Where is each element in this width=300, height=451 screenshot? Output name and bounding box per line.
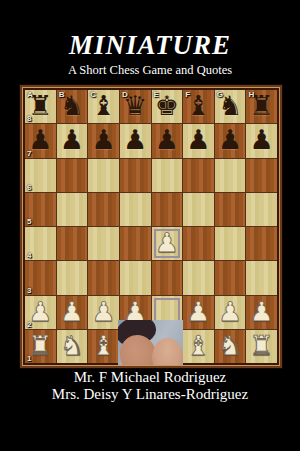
square-f7: ♟	[183, 124, 214, 157]
white-rook-piece: ♜	[28, 332, 52, 359]
black-pawn-piece: ♟	[91, 126, 115, 153]
white-bishop-piece: ♝	[186, 332, 210, 359]
square-c4	[88, 227, 119, 260]
square-b3	[57, 261, 88, 294]
square-e4: ♟	[152, 227, 183, 260]
file-label-g: G	[217, 90, 223, 99]
square-f6	[183, 159, 214, 192]
rank-label-8: 8	[27, 114, 31, 123]
white-bishop-piece: ♝	[91, 332, 115, 359]
square-b8: B♞	[57, 90, 88, 123]
square-h3	[246, 261, 277, 294]
square-c1: ♝	[88, 330, 119, 363]
white-pawn-piece: ♟	[155, 229, 179, 256]
black-pawn-piece: ♟	[123, 126, 147, 153]
chess-board: A8♜B♞C♝D♛E♚F♝G♞H♜7♟♟♟♟♟♟♟♟654♟32♟♟♟♟♟♟♟1…	[19, 84, 283, 369]
square-h5	[246, 193, 277, 226]
square-a5: 5	[25, 193, 56, 226]
black-pawn-piece: ♟	[218, 126, 242, 153]
square-g2: ♟	[215, 296, 246, 329]
black-pawn-piece: ♟	[186, 126, 210, 153]
square-e8: E♚	[152, 90, 183, 123]
square-h8: H♜	[246, 90, 277, 123]
white-knight-piece: ♞	[218, 332, 242, 359]
black-pawn-piece: ♟	[28, 126, 52, 153]
file-label-c: C	[90, 90, 96, 99]
rank-label-4: 4	[27, 251, 31, 260]
square-b5	[57, 193, 88, 226]
square-e6	[152, 159, 183, 192]
author-names: Mr. F Michael Rodriguez Mrs. Deisy Y Lin…	[0, 369, 300, 402]
rank-label-1: 1	[27, 354, 31, 363]
square-g7: ♟	[215, 124, 246, 157]
square-d8: D♛	[120, 90, 151, 123]
square-a7: 7♟	[25, 124, 56, 157]
square-d5	[120, 193, 151, 226]
chess-board-frame: A8♜B♞C♝D♛E♚F♝G♞H♜7♟♟♟♟♟♟♟♟654♟32♟♟♟♟♟♟♟1…	[22, 87, 280, 366]
white-pawn-piece: ♟	[60, 298, 84, 325]
square-b7: ♟	[57, 124, 88, 157]
black-pawn-piece: ♟	[155, 126, 179, 153]
square-b4	[57, 227, 88, 260]
file-label-e: E	[154, 90, 159, 99]
square-f2: ♟	[183, 296, 214, 329]
square-b2: ♟	[57, 296, 88, 329]
file-label-a: A	[27, 90, 33, 99]
white-pawn-piece: ♟	[250, 298, 274, 325]
square-g8: G♞	[215, 90, 246, 123]
square-g5	[215, 193, 246, 226]
square-h2: ♟	[246, 296, 277, 329]
author-line-1: Mr. F Michael Rodriguez	[0, 369, 300, 386]
square-f8: F♝	[183, 90, 214, 123]
square-e5	[152, 193, 183, 226]
square-b1: ♞	[57, 330, 88, 363]
square-f5	[183, 193, 214, 226]
square-c2: ♟	[88, 296, 119, 329]
square-g6	[215, 159, 246, 192]
square-a1: 1♜	[25, 330, 56, 363]
rank-label-6: 6	[27, 183, 31, 192]
rank-label-7: 7	[27, 149, 31, 158]
author-line-2: Mrs. Deisy Y Linares-Rodriguez	[0, 386, 300, 403]
square-c3	[88, 261, 119, 294]
square-d6	[120, 159, 151, 192]
square-g1: ♞	[215, 330, 246, 363]
square-c5	[88, 193, 119, 226]
square-a3: 3	[25, 261, 56, 294]
square-c8: C♝	[88, 90, 119, 123]
rank-label-3: 3	[27, 286, 31, 295]
square-a6: 6	[25, 159, 56, 192]
book-cover: MINIATURE A Short Chess Game and Quotes …	[0, 0, 300, 451]
square-d3	[120, 261, 151, 294]
square-f4	[183, 227, 214, 260]
file-label-f: F	[185, 90, 190, 99]
photo-inset	[118, 320, 183, 365]
square-h7: ♟	[246, 124, 277, 157]
square-h1: ♜	[246, 330, 277, 363]
square-e7: ♟	[152, 124, 183, 157]
rank-label-5: 5	[27, 217, 31, 226]
square-h4	[246, 227, 277, 260]
file-label-h: H	[248, 90, 254, 99]
square-a8: A8♜	[25, 90, 56, 123]
white-knight-piece: ♞	[60, 332, 84, 359]
square-e3	[152, 261, 183, 294]
book-subtitle: A Short Chess Game and Quotes	[0, 63, 300, 78]
black-pawn-piece: ♟	[60, 126, 84, 153]
square-d4	[120, 227, 151, 260]
square-c6	[88, 159, 119, 192]
file-label-d: D	[122, 90, 128, 99]
black-pawn-piece: ♟	[250, 126, 274, 153]
rank-label-2: 2	[27, 320, 31, 329]
square-d7: ♟	[120, 124, 151, 157]
photo-person-right-face	[152, 338, 183, 365]
white-rook-piece: ♜	[250, 332, 274, 359]
file-label-b: B	[59, 90, 65, 99]
square-a4: 4	[25, 227, 56, 260]
square-b6	[57, 159, 88, 192]
white-pawn-piece: ♟	[218, 298, 242, 325]
white-pawn-piece: ♟	[186, 298, 210, 325]
square-a2: 2♟	[25, 296, 56, 329]
white-pawn-piece: ♟	[91, 298, 115, 325]
square-f3	[183, 261, 214, 294]
square-f1: ♝	[183, 330, 214, 363]
square-g3	[215, 261, 246, 294]
book-title: MINIATURE	[0, 30, 300, 61]
white-pawn-piece: ♟	[28, 298, 52, 325]
square-h6	[246, 159, 277, 192]
square-c7: ♟	[88, 124, 119, 157]
square-g4	[215, 227, 246, 260]
